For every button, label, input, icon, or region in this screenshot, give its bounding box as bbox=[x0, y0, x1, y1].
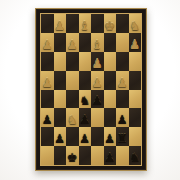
square-h4[interactable] bbox=[129, 90, 142, 109]
square-e3[interactable] bbox=[91, 108, 104, 127]
square-a3[interactable]: ♟ bbox=[41, 108, 54, 127]
square-e2[interactable] bbox=[91, 127, 104, 146]
black-knight: ♞ bbox=[79, 95, 90, 107]
square-e1[interactable] bbox=[91, 146, 104, 165]
chess-board: ♟♝♚♞♟♟♝♟♟♟♟♟♞♟♟♞♟♟♟♟♟♜♚♟♞ bbox=[40, 13, 142, 166]
square-g8[interactable] bbox=[116, 14, 129, 33]
white-bishop: ♝ bbox=[92, 39, 103, 51]
square-c2[interactable] bbox=[66, 127, 79, 146]
square-e5[interactable]: ♟ bbox=[91, 71, 104, 90]
square-b6[interactable] bbox=[54, 52, 67, 71]
square-g4[interactable] bbox=[116, 90, 129, 109]
black-pawn: ♟ bbox=[104, 152, 115, 164]
square-a4[interactable] bbox=[41, 90, 54, 109]
square-f4[interactable] bbox=[104, 90, 117, 109]
square-f1[interactable]: ♟ bbox=[104, 146, 117, 165]
square-b8[interactable]: ♟ bbox=[54, 14, 67, 33]
square-h5[interactable] bbox=[129, 71, 142, 90]
black-pawn: ♟ bbox=[104, 133, 115, 145]
square-e8[interactable] bbox=[91, 14, 104, 33]
square-a5[interactable]: ♟ bbox=[41, 71, 54, 90]
square-c4[interactable] bbox=[66, 90, 79, 109]
square-h6[interactable] bbox=[129, 52, 142, 71]
square-f5[interactable] bbox=[104, 71, 117, 90]
square-c3[interactable]: ♞ bbox=[66, 108, 79, 127]
white-pawn: ♟ bbox=[67, 39, 78, 51]
square-e4[interactable]: ♟ bbox=[91, 90, 104, 109]
white-pawn: ♟ bbox=[54, 20, 65, 32]
square-e7[interactable]: ♝ bbox=[91, 33, 104, 52]
square-b4[interactable] bbox=[54, 90, 67, 109]
black-knight: ♞ bbox=[129, 152, 140, 164]
square-c6[interactable] bbox=[66, 52, 79, 71]
square-c5[interactable] bbox=[66, 71, 79, 90]
square-b2[interactable]: ♟ bbox=[54, 127, 67, 146]
square-g5[interactable]: ♟ bbox=[116, 71, 129, 90]
square-h2[interactable] bbox=[129, 127, 142, 146]
square-f7[interactable] bbox=[104, 33, 117, 52]
square-g3[interactable]: ♟ bbox=[116, 108, 129, 127]
square-d7[interactable] bbox=[79, 33, 92, 52]
square-e6[interactable]: ♟ bbox=[91, 52, 104, 71]
white-pawn: ♟ bbox=[42, 77, 53, 89]
square-a6[interactable] bbox=[41, 52, 54, 71]
square-d2[interactable]: ♟ bbox=[79, 127, 92, 146]
square-h8[interactable]: ♞ bbox=[129, 14, 142, 33]
square-b7[interactable] bbox=[54, 33, 67, 52]
square-d3[interactable]: ♟ bbox=[79, 108, 92, 127]
square-d8[interactable]: ♝ bbox=[79, 14, 92, 33]
black-pawn: ♟ bbox=[79, 114, 90, 126]
square-c1[interactable]: ♚ bbox=[66, 146, 79, 165]
white-knight: ♞ bbox=[67, 114, 78, 126]
white-pawn: ♟ bbox=[92, 77, 103, 89]
white-king: ♚ bbox=[104, 20, 115, 32]
black-pawn: ♟ bbox=[92, 95, 103, 107]
white-pawn: ♟ bbox=[117, 77, 128, 89]
board-photo: ♟♝♚♞♟♟♝♟♟♟♟♟♞♟♟♞♟♟♟♟♟♜♚♟♞ bbox=[0, 0, 180, 180]
square-f6[interactable] bbox=[104, 52, 117, 71]
white-pawn: ♟ bbox=[42, 39, 53, 51]
white-pawn: ♟ bbox=[92, 58, 103, 70]
square-f2[interactable]: ♟ bbox=[104, 127, 117, 146]
square-g1[interactable] bbox=[116, 146, 129, 165]
square-d1[interactable] bbox=[79, 146, 92, 165]
black-pawn: ♟ bbox=[42, 114, 53, 126]
square-d6[interactable] bbox=[79, 52, 92, 71]
square-g6[interactable] bbox=[116, 52, 129, 71]
black-pawn: ♟ bbox=[54, 133, 65, 145]
black-rook: ♜ bbox=[117, 133, 128, 145]
white-bishop: ♝ bbox=[79, 20, 90, 32]
square-h3[interactable] bbox=[129, 108, 142, 127]
square-g7[interactable] bbox=[116, 33, 129, 52]
square-a7[interactable]: ♟ bbox=[41, 33, 54, 52]
square-g2[interactable]: ♜ bbox=[116, 127, 129, 146]
square-d5[interactable] bbox=[79, 71, 92, 90]
board-frame: ♟♝♚♞♟♟♝♟♟♟♟♟♞♟♟♞♟♟♟♟♟♜♚♟♞ bbox=[35, 8, 147, 171]
square-a2[interactable] bbox=[41, 127, 54, 146]
white-knight: ♞ bbox=[129, 20, 140, 32]
square-a1[interactable] bbox=[41, 146, 54, 165]
square-h7[interactable]: ♟ bbox=[129, 33, 142, 52]
white-pawn: ♟ bbox=[129, 39, 140, 51]
square-d4[interactable]: ♞ bbox=[79, 90, 92, 109]
square-c8[interactable] bbox=[66, 14, 79, 33]
square-f8[interactable]: ♚ bbox=[104, 14, 117, 33]
black-pawn: ♟ bbox=[117, 114, 128, 126]
square-c7[interactable]: ♟ bbox=[66, 33, 79, 52]
square-b5[interactable] bbox=[54, 71, 67, 90]
square-b3[interactable] bbox=[54, 108, 67, 127]
square-h1[interactable]: ♞ bbox=[129, 146, 142, 165]
black-pawn: ♟ bbox=[79, 133, 90, 145]
square-b1[interactable] bbox=[54, 146, 67, 165]
square-a8[interactable] bbox=[41, 14, 54, 33]
square-f3[interactable] bbox=[104, 108, 117, 127]
black-king: ♚ bbox=[67, 152, 78, 164]
